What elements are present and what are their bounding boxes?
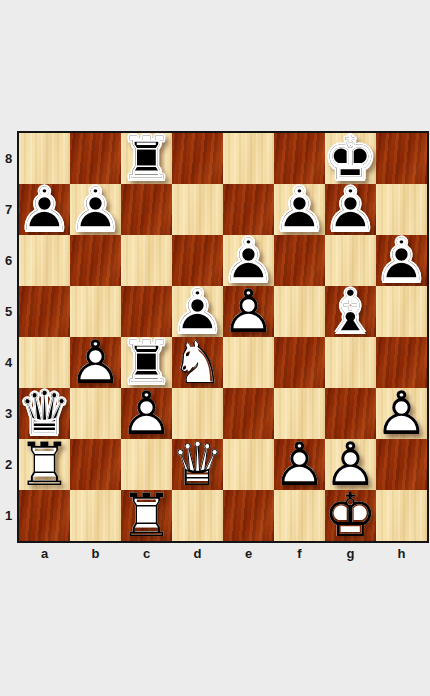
rank-label-7: 7 bbox=[0, 184, 17, 235]
square-e3[interactable] bbox=[223, 388, 274, 439]
file-label-g: g bbox=[325, 545, 376, 562]
square-b4[interactable]: ♟♙ bbox=[70, 337, 121, 388]
piece-outline-glyph: ♖ bbox=[121, 490, 172, 541]
rank-label-3: 3 bbox=[0, 388, 17, 439]
square-g5[interactable]: ♝♗ bbox=[325, 286, 376, 337]
square-g1[interactable]: ♚♔ bbox=[325, 490, 376, 541]
square-b7[interactable]: ♟♙ bbox=[70, 184, 121, 235]
square-f2[interactable]: ♟♙ bbox=[274, 439, 325, 490]
square-d4[interactable]: ♞♘ bbox=[172, 337, 223, 388]
square-c6[interactable] bbox=[121, 235, 172, 286]
piece-outline-glyph: ♙ bbox=[19, 184, 70, 235]
square-b1[interactable] bbox=[70, 490, 121, 541]
white-rook-c1[interactable]: ♜♖ bbox=[121, 490, 172, 541]
piece-outline-glyph: ♙ bbox=[70, 184, 121, 235]
square-f5[interactable] bbox=[274, 286, 325, 337]
rank-label-6: 6 bbox=[0, 235, 17, 286]
file-label-a: a bbox=[19, 545, 70, 562]
piece-outline-glyph: ♖ bbox=[121, 133, 172, 184]
chess-app-window: 87654321 ♜♖♚♔♟♙♟♙♟♙♟♙♟♙♟♙♟♙♟♙♝♗♟♙♜♖♞♘♛♕♟… bbox=[0, 0, 430, 696]
rank-label-4: 4 bbox=[0, 337, 17, 388]
black-pawn-g7[interactable]: ♟♙ bbox=[325, 184, 376, 235]
chess-board: ♜♖♚♔♟♙♟♙♟♙♟♙♟♙♟♙♟♙♟♙♝♗♟♙♜♖♞♘♛♕♟♙♟♙♜♖♛♕♟♙… bbox=[17, 131, 429, 543]
white-pawn-c3[interactable]: ♟♙ bbox=[121, 388, 172, 439]
file-label-d: d bbox=[172, 545, 223, 562]
square-d1[interactable] bbox=[172, 490, 223, 541]
piece-outline-glyph: ♖ bbox=[19, 439, 70, 490]
square-h3[interactable]: ♟♙ bbox=[376, 388, 427, 439]
square-f4[interactable] bbox=[274, 337, 325, 388]
black-pawn-b7[interactable]: ♟♙ bbox=[70, 184, 121, 235]
file-labels: abcdefgh bbox=[19, 545, 427, 562]
piece-outline-glyph: ♙ bbox=[70, 337, 121, 388]
square-c7[interactable] bbox=[121, 184, 172, 235]
white-pawn-f2[interactable]: ♟♙ bbox=[274, 439, 325, 490]
piece-outline-glyph: ♙ bbox=[325, 184, 376, 235]
file-label-h: h bbox=[376, 545, 427, 562]
square-e8[interactable] bbox=[223, 133, 274, 184]
square-e4[interactable] bbox=[223, 337, 274, 388]
white-rook-a2[interactable]: ♜♖ bbox=[19, 439, 70, 490]
square-a2[interactable]: ♜♖ bbox=[19, 439, 70, 490]
rank-labels: 87654321 bbox=[0, 133, 17, 541]
white-pawn-b4[interactable]: ♟♙ bbox=[70, 337, 121, 388]
piece-outline-glyph: ♙ bbox=[376, 388, 427, 439]
black-pawn-f7[interactable]: ♟♙ bbox=[274, 184, 325, 235]
file-label-c: c bbox=[121, 545, 172, 562]
square-d8[interactable] bbox=[172, 133, 223, 184]
file-label-e: e bbox=[223, 545, 274, 562]
black-pawn-a7[interactable]: ♟♙ bbox=[19, 184, 70, 235]
piece-outline-glyph: ♙ bbox=[274, 184, 325, 235]
square-f7[interactable]: ♟♙ bbox=[274, 184, 325, 235]
square-e5[interactable]: ♟♙ bbox=[223, 286, 274, 337]
square-d7[interactable] bbox=[172, 184, 223, 235]
piece-outline-glyph: ♙ bbox=[274, 439, 325, 490]
piece-outline-glyph: ♘ bbox=[172, 337, 223, 388]
piece-outline-glyph: ♔ bbox=[325, 490, 376, 541]
black-pawn-h6[interactable]: ♟♙ bbox=[376, 235, 427, 286]
piece-outline-glyph: ♕ bbox=[172, 439, 223, 490]
square-a1[interactable] bbox=[19, 490, 70, 541]
black-bishop-g5[interactable]: ♝♗ bbox=[325, 286, 376, 337]
square-a5[interactable] bbox=[19, 286, 70, 337]
square-b2[interactable] bbox=[70, 439, 121, 490]
white-king-g1[interactable]: ♚♔ bbox=[325, 490, 376, 541]
square-c1[interactable]: ♜♖ bbox=[121, 490, 172, 541]
square-h2[interactable] bbox=[376, 439, 427, 490]
square-c3[interactable]: ♟♙ bbox=[121, 388, 172, 439]
square-b6[interactable] bbox=[70, 235, 121, 286]
rank-label-8: 8 bbox=[0, 133, 17, 184]
white-pawn-e5[interactable]: ♟♙ bbox=[223, 286, 274, 337]
square-h8[interactable] bbox=[376, 133, 427, 184]
square-a6[interactable] bbox=[19, 235, 70, 286]
square-f6[interactable] bbox=[274, 235, 325, 286]
piece-outline-glyph: ♙ bbox=[121, 388, 172, 439]
rank-label-1: 1 bbox=[0, 490, 17, 541]
black-rook-c8[interactable]: ♜♖ bbox=[121, 133, 172, 184]
square-d2[interactable]: ♛♕ bbox=[172, 439, 223, 490]
square-h6[interactable]: ♟♙ bbox=[376, 235, 427, 286]
square-e1[interactable] bbox=[223, 490, 274, 541]
square-e2[interactable] bbox=[223, 439, 274, 490]
square-a7[interactable]: ♟♙ bbox=[19, 184, 70, 235]
white-pawn-h3[interactable]: ♟♙ bbox=[376, 388, 427, 439]
square-g7[interactable]: ♟♙ bbox=[325, 184, 376, 235]
rank-label-5: 5 bbox=[0, 286, 17, 337]
piece-outline-glyph: ♙ bbox=[376, 235, 427, 286]
square-g4[interactable] bbox=[325, 337, 376, 388]
piece-outline-glyph: ♗ bbox=[325, 286, 376, 337]
square-f1[interactable] bbox=[274, 490, 325, 541]
square-b3[interactable] bbox=[70, 388, 121, 439]
rank-label-2: 2 bbox=[0, 439, 17, 490]
white-queen-d2[interactable]: ♛♕ bbox=[172, 439, 223, 490]
square-h1[interactable] bbox=[376, 490, 427, 541]
white-knight-d4[interactable]: ♞♘ bbox=[172, 337, 223, 388]
file-label-f: f bbox=[274, 545, 325, 562]
square-h5[interactable] bbox=[376, 286, 427, 337]
piece-outline-glyph: ♙ bbox=[223, 286, 274, 337]
square-c8[interactable]: ♜♖ bbox=[121, 133, 172, 184]
file-label-b: b bbox=[70, 545, 121, 562]
